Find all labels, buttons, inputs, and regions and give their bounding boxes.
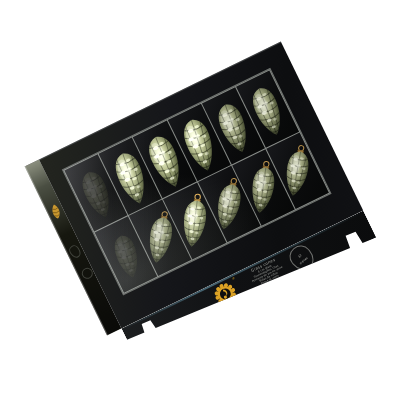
badge-count: 12 bbox=[297, 253, 302, 258]
ornament-box: ® Glass cones 6 cm glass Tannenzapfen, G… bbox=[25, 42, 377, 363]
product-photo: ® Glass cones 6 cm glass Tannenzapfen, G… bbox=[0, 0, 400, 400]
